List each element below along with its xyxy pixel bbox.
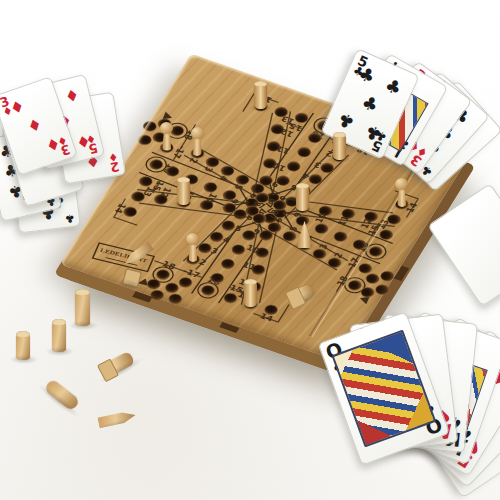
hole-left-cluster-3 — [141, 120, 158, 133]
piece-shadow — [46, 347, 74, 356]
product-photo-scene: 3♦3♦♦♦♦5♦5♦♦♦♦♦♦2♦2♦♦♦♣♣♣♣♣♣♣♣♣♣♣♣♣♣♣♣♣♣… — [0, 0, 500, 500]
pip-♣: ♣ — [359, 92, 381, 115]
side-notch-1 — [132, 291, 152, 302]
piece-shadow — [69, 321, 98, 330]
peg-body — [244, 281, 257, 307]
table-piece-cylinder-4[interactable] — [44, 378, 81, 411]
table-piece-cylinder-1[interactable] — [16, 334, 30, 360]
peg-head — [395, 178, 408, 190]
hole-top-finish-2 — [296, 146, 313, 159]
peg-left-17[interactable] — [162, 132, 172, 151]
hole-label-bottom-18: 18 — [160, 259, 177, 271]
pip-♣: ♣ — [382, 75, 404, 98]
side-notch-3 — [394, 266, 409, 281]
table-piece-cube-head-peg-5[interactable] — [99, 351, 136, 379]
table-piece-cylinder-2[interactable] — [75, 292, 90, 326]
peg-head — [186, 233, 199, 245]
hole-right-cluster-3 — [373, 283, 390, 296]
peg-body — [177, 179, 190, 205]
peg-right-4[interactable] — [297, 221, 312, 248]
card-index-bottom: 2♦ — [108, 151, 121, 173]
peg-bottom-2[interactable] — [188, 243, 198, 262]
hole-label-right-11: 11 — [335, 214, 351, 227]
pip-♣: ♣ — [335, 110, 357, 133]
hole-right-finish-3 — [313, 222, 330, 235]
peg-body — [162, 132, 172, 151]
peg-body — [192, 137, 202, 156]
piece-shadow — [98, 355, 145, 385]
peg-body — [333, 134, 346, 160]
peg-body — [296, 185, 309, 211]
hole-bottom-finish-2 — [219, 257, 236, 270]
piece-shadow — [93, 415, 146, 435]
peg-head — [191, 127, 204, 139]
hole-right-finish-2 — [332, 230, 349, 243]
peg-body — [254, 83, 267, 109]
peg-body — [397, 188, 407, 207]
hole-bottom-finish-3 — [230, 243, 247, 256]
hole-bottom-cluster-4 — [167, 292, 184, 305]
peg-body — [188, 243, 198, 262]
peg-top-14[interactable] — [254, 83, 267, 109]
hole-right-18 — [346, 279, 363, 292]
hole-bottom-cluster-3 — [148, 289, 165, 302]
table-piece-cone-peg-6[interactable] — [97, 408, 137, 430]
piece-shadow — [36, 382, 81, 420]
hole-right-cluster-2 — [364, 272, 381, 285]
hole-top-finish-3 — [285, 160, 302, 173]
peg-head — [160, 122, 173, 134]
hole-bottom-cluster-1 — [145, 278, 162, 291]
hole-label-top-11: 11 — [274, 144, 291, 156]
hole-left-finish-3 — [202, 181, 219, 194]
hole-left-cluster-4 — [136, 133, 153, 146]
hole-bottom-cluster-2 — [163, 281, 180, 294]
side-notch-2 — [219, 322, 239, 333]
piece-shadow — [10, 355, 38, 364]
hole-right-cluster-4 — [379, 270, 396, 283]
hole-right-16 — [367, 245, 384, 258]
fallen-piece-3[interactable] — [122, 268, 142, 288]
hole-label-right-18: 18 — [334, 274, 350, 287]
hole-right-cluster-1 — [359, 286, 376, 299]
pip-♦: ♦ — [26, 116, 45, 136]
peg-left-2[interactable] — [192, 137, 202, 156]
peg-body — [297, 221, 312, 248]
card-index-bottom: ♣ — [64, 213, 75, 224]
hole-right--17 — [357, 262, 374, 275]
table-piece-cylinder-3[interactable] — [52, 322, 66, 352]
peg-right-9[interactable] — [296, 185, 309, 211]
pip-♦: ♦ — [63, 87, 81, 106]
peg-right-14[interactable] — [397, 188, 407, 207]
peg-bottom-13[interactable] — [244, 281, 257, 307]
peg-top-2[interactable] — [333, 134, 346, 160]
peg-left-11[interactable] — [177, 179, 190, 205]
